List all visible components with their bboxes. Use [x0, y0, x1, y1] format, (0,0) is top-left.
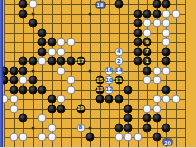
black-stone[interactable]: 1	[143, 57, 152, 66]
go-board[interactable]: 9471721161415101113121981820	[0, 0, 196, 147]
black-stone[interactable]: 11	[114, 76, 123, 85]
black-stone[interactable]	[143, 66, 152, 75]
black-stone[interactable]: 17	[76, 57, 85, 66]
black-stone[interactable]	[9, 66, 18, 75]
black-stone[interactable]	[124, 123, 133, 132]
black-stone[interactable]	[28, 19, 37, 28]
move-number: 10	[105, 77, 113, 83]
white-stone[interactable]	[162, 38, 171, 47]
white-stone[interactable]	[152, 76, 161, 85]
grid-line-horizontal	[4, 33, 185, 34]
white-stone[interactable]	[57, 38, 66, 47]
black-stone[interactable]	[124, 85, 133, 94]
black-stone[interactable]	[124, 114, 133, 123]
window-left-border	[0, 0, 3, 147]
white-stone[interactable]: 8	[76, 123, 85, 132]
white-stone[interactable]	[57, 95, 66, 104]
move-number: 16	[105, 68, 113, 74]
black-stone[interactable]	[28, 57, 37, 66]
white-stone[interactable]	[19, 76, 28, 85]
white-stone[interactable]: 4	[114, 47, 123, 56]
move-number: 7	[145, 49, 149, 55]
white-stone[interactable]	[152, 66, 161, 75]
white-stone[interactable]	[143, 104, 152, 113]
black-stone[interactable]	[38, 47, 47, 56]
black-stone[interactable]	[162, 123, 171, 132]
grid-line-horizontal	[4, 42, 185, 43]
grid-line-vertical	[100, 0, 101, 147]
white-stone[interactable]	[57, 66, 66, 75]
move-number: 8	[79, 125, 83, 131]
star-point	[89, 12, 92, 15]
black-stone[interactable]	[19, 0, 28, 9]
black-stone[interactable]	[152, 0, 161, 9]
white-stone[interactable]	[162, 95, 171, 104]
black-stone[interactable]	[133, 28, 142, 37]
white-stone[interactable]	[47, 133, 56, 142]
move-number: 2	[117, 58, 121, 64]
move-number: 14	[115, 68, 123, 74]
black-stone[interactable]	[162, 57, 171, 66]
black-stone[interactable]	[57, 57, 66, 66]
black-stone[interactable]	[143, 9, 152, 18]
black-stone[interactable]	[9, 85, 18, 94]
white-stone[interactable]	[57, 47, 66, 56]
black-stone[interactable]	[95, 95, 104, 104]
white-stone[interactable]	[9, 104, 18, 113]
white-stone[interactable]	[162, 28, 171, 37]
black-stone[interactable]	[19, 9, 28, 18]
grid-line-vertical	[90, 0, 91, 147]
black-stone[interactable]	[19, 66, 28, 75]
black-stone[interactable]	[9, 76, 18, 85]
white-stone[interactable]: 2	[114, 57, 123, 66]
star-point	[31, 12, 34, 15]
black-stone[interactable]	[162, 0, 171, 9]
grid-line-horizontal	[4, 52, 185, 53]
white-stone[interactable]	[162, 66, 171, 75]
white-stone[interactable]	[28, 0, 37, 9]
white-stone[interactable]	[143, 76, 152, 85]
move-number: 17	[77, 58, 85, 64]
black-stone[interactable]	[133, 57, 142, 66]
black-stone[interactable]	[162, 47, 171, 56]
move-number: 11	[115, 77, 123, 83]
black-stone[interactable]	[114, 123, 123, 132]
black-stone[interactable]	[28, 85, 37, 94]
white-stone[interactable]	[114, 133, 123, 142]
black-stone[interactable]	[152, 114, 161, 123]
white-stone[interactable]	[38, 57, 47, 66]
grid-line-vertical	[176, 0, 177, 147]
black-stone[interactable]	[57, 104, 66, 113]
black-stone[interactable]	[133, 19, 142, 28]
black-stone[interactable]	[152, 133, 161, 142]
black-stone[interactable]	[47, 95, 56, 104]
white-stone[interactable]	[124, 133, 133, 142]
black-stone[interactable]	[38, 85, 47, 94]
black-stone[interactable]	[19, 114, 28, 123]
move-number: 15	[96, 77, 104, 83]
black-stone[interactable]: 13	[95, 85, 104, 94]
white-stone[interactable]	[38, 114, 47, 123]
black-stone[interactable]	[133, 47, 142, 56]
move-number: 9	[145, 39, 149, 45]
black-stone[interactable]	[133, 9, 142, 18]
white-stone[interactable]	[171, 9, 180, 18]
black-stone[interactable]	[133, 38, 142, 47]
move-number: 19	[77, 106, 85, 112]
grid-line-vertical	[71, 0, 72, 147]
star-point	[89, 126, 92, 129]
black-stone[interactable]	[162, 85, 171, 94]
star-point	[31, 69, 34, 72]
white-stone[interactable]	[67, 85, 76, 94]
white-stone[interactable]	[9, 133, 18, 142]
move-badge[interactable]: 20	[163, 139, 173, 146]
grid-line-horizontal	[4, 147, 185, 148]
white-stone[interactable]	[143, 19, 152, 28]
white-stone[interactable]	[162, 19, 171, 28]
move-number: 12	[105, 87, 113, 93]
black-stone[interactable]: 7	[143, 47, 152, 56]
white-stone[interactable]: 14	[114, 66, 123, 75]
white-stone[interactable]: 16	[105, 66, 114, 75]
black-stone[interactable]	[152, 9, 161, 18]
star-point	[31, 126, 34, 129]
star-point	[89, 69, 92, 72]
white-stone[interactable]	[162, 9, 171, 18]
white-stone[interactable]	[47, 47, 56, 56]
black-stone[interactable]	[124, 104, 133, 113]
white-stone[interactable]	[152, 19, 161, 28]
black-stone[interactable]	[47, 57, 56, 66]
black-stone[interactable]	[114, 0, 123, 9]
white-stone[interactable]: 12	[105, 85, 114, 94]
black-stone[interactable]	[47, 38, 56, 47]
black-stone[interactable]	[19, 85, 28, 94]
black-stone[interactable]	[38, 28, 47, 37]
white-stone[interactable]	[38, 133, 47, 142]
black-stone[interactable]	[38, 38, 47, 47]
white-stone[interactable]	[47, 123, 56, 132]
grid-line-vertical	[42, 0, 43, 147]
white-stone[interactable]	[152, 95, 161, 104]
black-stone[interactable]: 15	[95, 76, 104, 85]
black-stone[interactable]: 9	[143, 38, 152, 47]
black-stone[interactable]: 19	[76, 104, 85, 113]
white-stone[interactable]	[171, 95, 180, 104]
black-stone[interactable]	[143, 123, 152, 132]
go-app-screenshot: 9471721161415101113121981820	[0, 0, 196, 147]
white-stone[interactable]	[9, 95, 18, 104]
white-stone[interactable]	[19, 133, 28, 142]
black-stone[interactable]	[19, 57, 28, 66]
black-stone[interactable]	[114, 95, 123, 104]
move-number: 1	[145, 58, 149, 64]
white-stone[interactable]	[133, 133, 142, 142]
white-stone[interactable]	[143, 28, 152, 37]
black-stone[interactable]	[105, 95, 114, 104]
move-number: 4	[117, 49, 121, 55]
move-number: 13	[96, 87, 104, 93]
white-stone[interactable]	[152, 104, 161, 113]
board-right-frame-line	[185, 0, 186, 147]
white-stone[interactable]	[67, 38, 76, 47]
black-stone[interactable]	[28, 76, 37, 85]
black-stone[interactable]	[67, 57, 76, 66]
white-stone[interactable]	[67, 76, 76, 85]
white-stone[interactable]: 10	[105, 76, 114, 85]
black-stone[interactable]	[86, 133, 95, 142]
move-badge[interactable]: 18	[95, 1, 105, 8]
black-stone[interactable]	[47, 104, 56, 113]
black-stone[interactable]	[143, 114, 152, 123]
